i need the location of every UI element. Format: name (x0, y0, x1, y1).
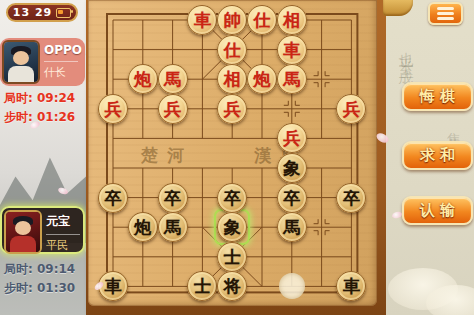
clock-text: 13 29 (13, 6, 52, 19)
player-rank: 平民 (46, 238, 86, 253)
opponent-rank: 什长 (44, 65, 84, 80)
player-timers: 局时: 09:14 步时: 01:30 (4, 260, 75, 298)
divider (46, 234, 80, 235)
piece-red-炮[interactable]: 炮 (128, 64, 158, 94)
piece-black-馬[interactable]: 馬 (158, 212, 188, 242)
piece-red-兵[interactable]: 兵 (158, 94, 188, 124)
calligraphy-watermark: 也乎至成 (396, 40, 415, 64)
piece-black-卒[interactable]: 卒 (336, 183, 366, 213)
piece-red-兵[interactable]: 兵 (98, 94, 128, 124)
piece-red-兵[interactable]: 兵 (277, 123, 307, 153)
piece-black-象[interactable]: 象 (277, 153, 307, 183)
piece-black-士[interactable]: 士 (217, 242, 247, 272)
xiangqi-app: 13 29 OPPO A... 什长 局时: 09:24 步时: 01:26 (0, 0, 474, 315)
piece-black-卒[interactable]: 卒 (98, 183, 128, 213)
opponent-game-time: 局时: 09:24 (4, 89, 75, 108)
player-name: 元宝 (46, 213, 86, 230)
undo-button[interactable]: 悔棋 (402, 82, 473, 111)
opponent-name: OPPO A... (44, 43, 84, 57)
last-move-origin-marker (279, 273, 305, 299)
opponent-timers: 局时: 09:24 步时: 01:26 (4, 89, 75, 127)
right-panel: 也乎至成 集此地 悔棋 求和 认输 (386, 0, 474, 315)
piece-red-馬[interactable]: 馬 (277, 64, 307, 94)
piece-red-帥[interactable]: 帥 (217, 5, 247, 35)
draw-label: 求和 (415, 146, 460, 165)
piece-black-馬[interactable]: 馬 (277, 212, 307, 242)
river-label-left: 楚河 (141, 144, 193, 167)
system-clock-badge: 13 29 (6, 3, 78, 22)
piece-red-相[interactable]: 相 (277, 5, 307, 35)
piece-red-兵[interactable]: 兵 (217, 94, 247, 124)
piece-red-仕[interactable]: 仕 (247, 5, 277, 35)
resign-button[interactable]: 认输 (402, 196, 473, 225)
player-avatar[interactable] (4, 210, 42, 254)
divider (44, 61, 78, 62)
piece-black-卒[interactable]: 卒 (277, 183, 307, 213)
opponent-avatar[interactable] (2, 40, 40, 84)
calligraphy-watermark: 集此地 (444, 120, 463, 138)
undo-label: 悔棋 (415, 87, 460, 106)
draw-button[interactable]: 求和 (402, 141, 473, 170)
piece-red-兵[interactable]: 兵 (336, 94, 366, 124)
hamburger-icon (437, 7, 454, 10)
left-panel: 13 29 OPPO A... 什长 局时: 09:24 步时: 01:26 (0, 0, 86, 315)
piece-red-炮[interactable]: 炮 (247, 64, 277, 94)
piece-black-卒[interactable]: 卒 (158, 183, 188, 213)
player-game-time: 局时: 09:14 (4, 260, 75, 279)
piece-black-炮[interactable]: 炮 (128, 212, 158, 242)
resign-label: 认输 (415, 201, 460, 220)
piece-black-卒[interactable]: 卒 (217, 183, 247, 213)
piece-red-仕[interactable]: 仕 (217, 35, 247, 65)
menu-button[interactable] (428, 2, 463, 25)
opponent-card[interactable]: OPPO A... 什长 (0, 38, 85, 86)
player-card-active[interactable]: 元宝 平民 (0, 206, 85, 254)
battery-icon (56, 8, 71, 18)
frame-corner-decoration (383, 0, 413, 16)
xiangqi-board[interactable]: 楚河 漢界 車帥仕相仕車炮馬相炮馬兵兵兵兵兵象卒卒卒卒卒炮馬象馬士車士将車 (86, 0, 386, 315)
piece-red-馬[interactable]: 馬 (158, 64, 188, 94)
piece-red-車[interactable]: 車 (277, 35, 307, 65)
player-move-time: 步时: 01:30 (4, 279, 75, 298)
